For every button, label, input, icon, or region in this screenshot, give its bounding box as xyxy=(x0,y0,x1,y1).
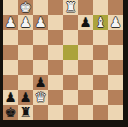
black-pawn-piece[interactable]: ♟ xyxy=(19,90,31,105)
square-a1[interactable]: ♚ xyxy=(3,105,18,120)
square-c8[interactable] xyxy=(33,0,48,15)
square-d1[interactable] xyxy=(48,105,63,120)
square-h1[interactable] xyxy=(108,105,123,120)
square-a7[interactable]: ♟ xyxy=(3,15,18,30)
white-pawn-piece[interactable]: ♟ xyxy=(34,15,46,30)
square-d2[interactable] xyxy=(48,90,63,105)
square-a5[interactable] xyxy=(3,45,18,60)
white-bishop-piece[interactable]: ♝ xyxy=(94,15,106,30)
square-f6[interactable] xyxy=(78,30,93,45)
square-b2[interactable]: ♟ xyxy=(18,90,33,105)
square-e3[interactable] xyxy=(63,75,78,90)
square-d6[interactable] xyxy=(48,30,63,45)
square-g4[interactable] xyxy=(93,60,108,75)
square-d8[interactable] xyxy=(48,0,63,15)
square-e1[interactable] xyxy=(63,105,78,120)
square-h5[interactable] xyxy=(108,45,123,60)
square-f2[interactable] xyxy=(78,90,93,105)
square-c5[interactable] xyxy=(33,45,48,60)
square-c3[interactable]: ♟ xyxy=(33,75,48,90)
square-h8[interactable] xyxy=(108,0,123,15)
square-h4[interactable] xyxy=(108,60,123,75)
white-pawn-piece[interactable]: ♟ xyxy=(19,15,31,30)
square-g3[interactable] xyxy=(93,75,108,90)
black-pawn-piece[interactable]: ♟ xyxy=(79,15,91,30)
square-d5[interactable] xyxy=(48,45,63,60)
square-c1[interactable] xyxy=(33,105,48,120)
square-g6[interactable] xyxy=(93,30,108,45)
square-h3[interactable] xyxy=(108,75,123,90)
square-b1[interactable]: ♜ xyxy=(18,105,33,120)
square-a4[interactable] xyxy=(3,60,18,75)
square-d3[interactable] xyxy=(48,75,63,90)
square-h7[interactable]: ♟ xyxy=(108,15,123,30)
square-a6[interactable] xyxy=(3,30,18,45)
square-a2[interactable]: ♟ xyxy=(3,90,18,105)
square-f5[interactable] xyxy=(78,45,93,60)
black-rook-piece[interactable]: ♜ xyxy=(19,105,31,120)
square-e2[interactable] xyxy=(63,90,78,105)
square-f1[interactable] xyxy=(78,105,93,120)
white-pawn-piece[interactable]: ♟ xyxy=(109,15,121,30)
square-b8[interactable]: ♚ xyxy=(18,0,33,15)
square-c6[interactable] xyxy=(33,30,48,45)
square-f4[interactable] xyxy=(78,60,93,75)
chess-board: ♚♜♟♟♟♟♝♟♟♟♟♛♚♜ xyxy=(3,0,123,120)
square-e5[interactable] xyxy=(63,45,78,60)
square-e8[interactable]: ♜ xyxy=(63,0,78,15)
square-a8[interactable] xyxy=(3,0,18,15)
square-b4[interactable] xyxy=(18,60,33,75)
square-c4[interactable] xyxy=(33,60,48,75)
square-h2[interactable] xyxy=(108,90,123,105)
white-queen-piece[interactable]: ♛ xyxy=(34,90,46,105)
square-g5[interactable] xyxy=(93,45,108,60)
white-rook-piece[interactable]: ♜ xyxy=(64,0,76,15)
black-king-piece[interactable]: ♚ xyxy=(4,105,16,120)
square-d4[interactable] xyxy=(48,60,63,75)
square-d7[interactable] xyxy=(48,15,63,30)
square-c7[interactable]: ♟ xyxy=(33,15,48,30)
square-f8[interactable] xyxy=(78,0,93,15)
square-g7[interactable]: ♝ xyxy=(93,15,108,30)
square-b6[interactable] xyxy=(18,30,33,45)
square-b5[interactable] xyxy=(18,45,33,60)
square-h6[interactable] xyxy=(108,30,123,45)
square-e6[interactable] xyxy=(63,30,78,45)
square-g2[interactable] xyxy=(93,90,108,105)
square-c2[interactable]: ♛ xyxy=(33,90,48,105)
white-pawn-piece[interactable]: ♟ xyxy=(4,15,16,30)
square-e7[interactable] xyxy=(63,15,78,30)
black-pawn-piece[interactable]: ♟ xyxy=(4,90,16,105)
white-king-piece[interactable]: ♚ xyxy=(19,0,31,15)
square-f7[interactable]: ♟ xyxy=(78,15,93,30)
square-b3[interactable] xyxy=(18,75,33,90)
square-f3[interactable] xyxy=(78,75,93,90)
square-a3[interactable] xyxy=(3,75,18,90)
square-b7[interactable]: ♟ xyxy=(18,15,33,30)
square-g8[interactable] xyxy=(93,0,108,15)
square-g1[interactable] xyxy=(93,105,108,120)
square-e4[interactable] xyxy=(63,60,78,75)
black-pawn-piece[interactable]: ♟ xyxy=(34,75,46,90)
